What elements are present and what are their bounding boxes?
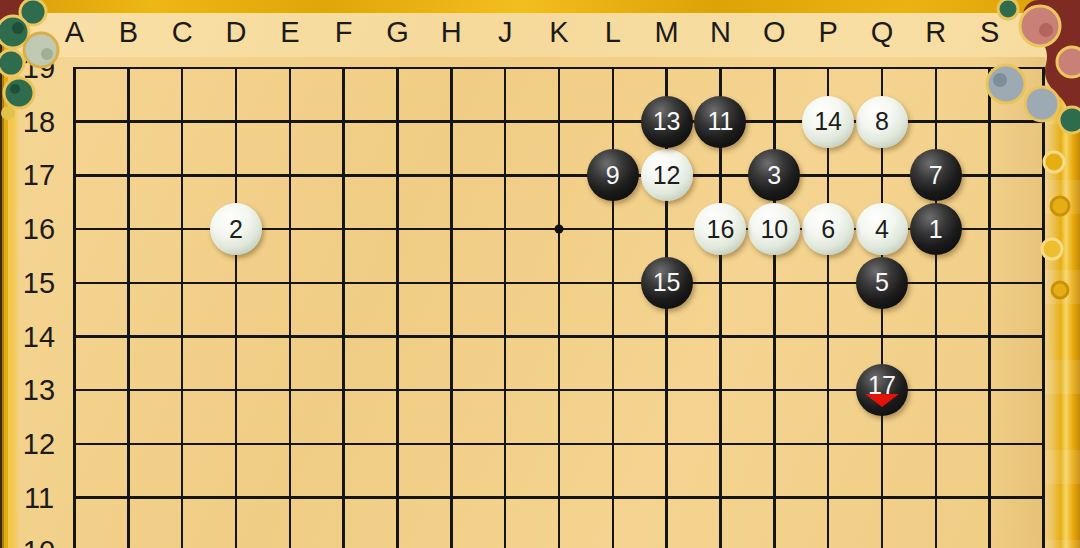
go-stone-black-15[interactable]: 15	[641, 257, 693, 309]
go-stone-white-4[interactable]: 4	[856, 203, 908, 255]
stone-move-number: 15	[653, 270, 681, 295]
column-label-E: E	[280, 18, 299, 47]
gold-frame-right	[1045, 0, 1080, 548]
go-stone-white-6[interactable]: 6	[802, 203, 854, 255]
go-stone-black-9[interactable]: 9	[587, 149, 639, 201]
grid-line-vertical	[342, 67, 345, 548]
stone-move-number: 2	[229, 217, 243, 242]
stone-move-number: 9	[606, 163, 620, 188]
column-label-K: K	[549, 18, 568, 47]
grid-line-vertical	[988, 67, 991, 548]
stone-move-number: 16	[707, 217, 735, 242]
grid-line-vertical	[935, 67, 938, 548]
grid-line-vertical	[396, 67, 399, 548]
column-label-Q: Q	[871, 18, 894, 47]
go-stone-black-13[interactable]: 13	[641, 96, 693, 148]
row-label-19: 19	[23, 54, 55, 83]
grid-line-horizontal	[73, 174, 1044, 177]
grid-line-vertical	[181, 67, 184, 548]
stone-move-number: 6	[821, 217, 835, 242]
stone-move-number: 12	[653, 163, 681, 188]
star-point-K16	[554, 225, 563, 234]
column-label-H: H	[441, 18, 462, 47]
column-label-L: L	[605, 18, 621, 47]
grid-line-horizontal	[73, 335, 1044, 338]
column-label-G: G	[386, 18, 409, 47]
go-stone-black-1[interactable]: 1	[910, 203, 962, 255]
go-stone-white-16[interactable]: 16	[694, 203, 746, 255]
stone-move-number: 14	[814, 109, 842, 134]
go-stone-black-3[interactable]: 3	[748, 149, 800, 201]
row-label-11: 11	[24, 483, 54, 512]
stone-move-number: 13	[653, 109, 681, 134]
grid-line-vertical	[773, 67, 776, 548]
row-label-13: 13	[23, 376, 55, 405]
column-label-N: N	[710, 18, 731, 47]
grid-line-vertical	[235, 67, 238, 548]
go-stone-black-7[interactable]: 7	[910, 149, 962, 201]
stone-move-number: 17	[868, 373, 896, 398]
grid-line-vertical	[1042, 67, 1045, 548]
grid-line-vertical	[558, 67, 561, 548]
stone-move-number: 11	[707, 109, 733, 134]
grid-line-vertical	[289, 67, 292, 548]
column-label-O: O	[763, 18, 786, 47]
row-label-16: 16	[23, 215, 55, 244]
go-stone-white-10[interactable]: 10	[748, 203, 800, 255]
row-label-14: 14	[23, 322, 55, 351]
column-label-A: A	[65, 18, 84, 47]
row-label-12: 12	[23, 429, 55, 458]
grid-line-vertical	[127, 67, 130, 548]
row-label-18: 18	[23, 107, 55, 136]
grid-line-vertical	[504, 67, 507, 548]
stone-move-number: 10	[760, 217, 788, 242]
go-stone-white-8[interactable]: 8	[856, 96, 908, 148]
stone-move-number: 7	[929, 163, 943, 188]
grid-line-horizontal	[73, 67, 1044, 70]
column-label-C: C	[172, 18, 193, 47]
go-stone-black-11[interactable]: 11	[694, 96, 746, 148]
stone-move-number: 8	[875, 109, 889, 134]
stone-move-number: 4	[875, 217, 889, 242]
grid-line-horizontal	[73, 443, 1044, 446]
column-label-S: S	[980, 18, 999, 47]
column-label-B: B	[119, 18, 138, 47]
go-stone-black-17[interactable]: 17	[856, 364, 908, 416]
gold-frame-top	[0, 0, 1080, 13]
board-edge-shading	[985, 57, 1045, 548]
grid-line-vertical	[450, 67, 453, 548]
grid-line-vertical	[73, 67, 76, 548]
column-label-J: J	[498, 18, 513, 47]
stone-move-number: 3	[767, 163, 781, 188]
column-label-T: T	[1035, 18, 1053, 47]
coordinate-label-band	[0, 13, 1080, 57]
row-label-17: 17	[23, 161, 55, 190]
column-label-M: M	[655, 18, 679, 47]
grid-line-horizontal	[73, 496, 1044, 499]
row-label-10: 10	[23, 537, 55, 548]
stone-move-number: 5	[875, 270, 889, 295]
row-label-15: 15	[23, 268, 55, 297]
stone-move-number: 1	[929, 217, 943, 242]
column-label-D: D	[226, 18, 247, 47]
go-stone-white-14[interactable]: 14	[802, 96, 854, 148]
go-board[interactable]: ABCDEFGHJKLMNOPQRST191817161514131211101…	[0, 0, 1080, 548]
go-stone-white-2[interactable]: 2	[210, 203, 262, 255]
column-label-F: F	[335, 18, 353, 47]
column-label-R: R	[925, 18, 946, 47]
go-stone-white-12[interactable]: 12	[641, 149, 693, 201]
column-label-P: P	[818, 18, 837, 47]
gold-frame-left	[0, 0, 20, 548]
go-stone-black-5[interactable]: 5	[856, 257, 908, 309]
grid-line-vertical	[612, 67, 615, 548]
go-app-screen: ABCDEFGHJKLMNOPQRST191817161514131211101…	[0, 0, 1080, 548]
